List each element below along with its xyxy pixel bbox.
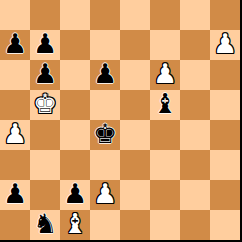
square-a6[interactable] <box>0 60 30 90</box>
square-b8[interactable] <box>30 0 60 30</box>
square-g8[interactable] <box>180 0 210 30</box>
square-g5[interactable] <box>180 90 210 120</box>
square-c1[interactable]: ♝ <box>60 210 90 240</box>
square-g2[interactable] <box>180 180 210 210</box>
black-pawn[interactable]: ♟ <box>93 60 117 89</box>
square-h2[interactable] <box>210 180 240 210</box>
black-knight[interactable]: ♞ <box>33 210 57 239</box>
black-pawn[interactable]: ♟ <box>3 30 27 59</box>
square-d2[interactable]: ♟ <box>90 180 120 210</box>
square-c7[interactable] <box>60 30 90 60</box>
square-h3[interactable] <box>210 150 240 180</box>
white-bishop[interactable]: ♝ <box>63 210 87 239</box>
black-pawn[interactable]: ♟ <box>63 180 87 209</box>
chess-board: ♟♟♟♟♟♟♚♝♟♚♟♟♟♞♝ <box>0 0 240 240</box>
black-king[interactable]: ♚ <box>93 120 117 149</box>
chess-diagram: ♟♟♟♟♟♟♚♝♟♚♟♟♟♞♝ <box>0 0 242 242</box>
square-a4[interactable]: ♟ <box>0 120 30 150</box>
square-e3[interactable] <box>120 150 150 180</box>
white-king[interactable]: ♚ <box>33 90 57 119</box>
square-b5[interactable]: ♚ <box>30 90 60 120</box>
square-e4[interactable] <box>120 120 150 150</box>
square-d3[interactable] <box>90 150 120 180</box>
square-d4[interactable]: ♚ <box>90 120 120 150</box>
square-e5[interactable] <box>120 90 150 120</box>
white-pawn[interactable]: ♟ <box>153 60 177 89</box>
square-e6[interactable] <box>120 60 150 90</box>
square-b3[interactable] <box>30 150 60 180</box>
square-h6[interactable] <box>210 60 240 90</box>
square-h7[interactable]: ♟ <box>210 30 240 60</box>
square-a5[interactable] <box>0 90 30 120</box>
square-d6[interactable]: ♟ <box>90 60 120 90</box>
square-c4[interactable] <box>60 120 90 150</box>
square-h4[interactable] <box>210 120 240 150</box>
square-b1[interactable]: ♞ <box>30 210 60 240</box>
white-pawn[interactable]: ♟ <box>213 30 237 59</box>
square-a1[interactable] <box>0 210 30 240</box>
square-f7[interactable] <box>150 30 180 60</box>
black-pawn[interactable]: ♟ <box>3 180 27 209</box>
black-pawn[interactable]: ♟ <box>33 60 57 89</box>
square-f1[interactable] <box>150 210 180 240</box>
white-pawn[interactable]: ♟ <box>3 120 27 149</box>
black-pawn[interactable]: ♟ <box>33 30 57 59</box>
square-g6[interactable] <box>180 60 210 90</box>
square-c3[interactable] <box>60 150 90 180</box>
square-a2[interactable]: ♟ <box>0 180 30 210</box>
square-c5[interactable] <box>60 90 90 120</box>
square-a8[interactable] <box>0 0 30 30</box>
square-d1[interactable] <box>90 210 120 240</box>
square-f4[interactable] <box>150 120 180 150</box>
square-c2[interactable]: ♟ <box>60 180 90 210</box>
square-f5[interactable]: ♝ <box>150 90 180 120</box>
square-e2[interactable] <box>120 180 150 210</box>
square-f2[interactable] <box>150 180 180 210</box>
square-c6[interactable] <box>60 60 90 90</box>
square-f6[interactable]: ♟ <box>150 60 180 90</box>
square-h1[interactable] <box>210 210 240 240</box>
square-e1[interactable] <box>120 210 150 240</box>
square-a3[interactable] <box>0 150 30 180</box>
square-a7[interactable]: ♟ <box>0 30 30 60</box>
square-g1[interactable] <box>180 210 210 240</box>
square-f8[interactable] <box>150 0 180 30</box>
square-b4[interactable] <box>30 120 60 150</box>
square-g4[interactable] <box>180 120 210 150</box>
square-d8[interactable] <box>90 0 120 30</box>
square-e7[interactable] <box>120 30 150 60</box>
square-c8[interactable] <box>60 0 90 30</box>
square-d5[interactable] <box>90 90 120 120</box>
square-h8[interactable] <box>210 0 240 30</box>
white-pawn[interactable]: ♟ <box>93 180 117 209</box>
square-e8[interactable] <box>120 0 150 30</box>
black-bishop[interactable]: ♝ <box>153 90 177 119</box>
square-g3[interactable] <box>180 150 210 180</box>
square-h5[interactable] <box>210 90 240 120</box>
square-b6[interactable]: ♟ <box>30 60 60 90</box>
square-d7[interactable] <box>90 30 120 60</box>
square-b2[interactable] <box>30 180 60 210</box>
square-b7[interactable]: ♟ <box>30 30 60 60</box>
square-f3[interactable] <box>150 150 180 180</box>
square-g7[interactable] <box>180 30 210 60</box>
